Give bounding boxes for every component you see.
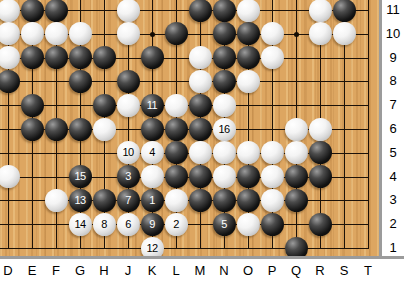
board-stone-K6[interactable] bbox=[141, 118, 164, 141]
board-stone-D10[interactable] bbox=[0, 22, 20, 45]
board-stone-H9[interactable] bbox=[93, 46, 116, 69]
grid-line-row-1 bbox=[0, 248, 369, 249]
board-stone-G9[interactable] bbox=[69, 46, 92, 69]
board-stone-E6[interactable] bbox=[21, 118, 44, 141]
board-stone-J4[interactable]: 3 bbox=[117, 165, 140, 188]
board-stone-O4[interactable] bbox=[237, 165, 260, 188]
board-stone-O3[interactable] bbox=[237, 189, 260, 212]
board-stone-R4[interactable] bbox=[309, 165, 332, 188]
board-stone-E9[interactable] bbox=[21, 46, 44, 69]
board-stone-D8[interactable] bbox=[0, 70, 20, 93]
board-stone-R10[interactable] bbox=[309, 22, 332, 45]
column-label-S: S bbox=[334, 263, 354, 278]
column-label-R: R bbox=[310, 263, 330, 278]
stone-move-number: 3 bbox=[125, 171, 131, 182]
row-label-4: 4 bbox=[382, 169, 404, 184]
stone-move-number: 16 bbox=[218, 124, 229, 135]
board-stone-J3[interactable]: 7 bbox=[117, 189, 140, 212]
board-stone-D4[interactable] bbox=[0, 165, 20, 188]
board-stone-M11[interactable] bbox=[189, 0, 212, 22]
stone-move-number: 12 bbox=[146, 243, 157, 254]
stone-move-number: 1 bbox=[149, 195, 155, 206]
board-stone-G10[interactable] bbox=[69, 22, 92, 45]
board-stone-Q5[interactable] bbox=[285, 141, 308, 164]
board-stone-J7[interactable] bbox=[117, 94, 140, 117]
board-stone-L2[interactable]: 2 bbox=[165, 213, 188, 236]
stone-move-number: 15 bbox=[74, 171, 85, 182]
board-stone-O10[interactable] bbox=[237, 22, 260, 45]
row-label-5: 5 bbox=[382, 145, 404, 160]
row-label-11: 11 bbox=[382, 2, 404, 17]
board-stone-L4[interactable] bbox=[165, 165, 188, 188]
board-stone-S11[interactable] bbox=[333, 0, 356, 22]
board-stone-N9[interactable] bbox=[213, 46, 236, 69]
column-label-L: L bbox=[166, 263, 186, 278]
board-stone-E11[interactable] bbox=[21, 0, 44, 22]
row-label-2: 2 bbox=[382, 216, 404, 231]
board-stone-L5[interactable] bbox=[165, 141, 188, 164]
board-wood-area[interactable]: 11161041531371148692512 bbox=[0, 0, 379, 256]
stone-move-number: 5 bbox=[221, 219, 227, 230]
board-stone-G3[interactable]: 13 bbox=[69, 189, 92, 212]
board-stone-Q4[interactable] bbox=[285, 165, 308, 188]
stone-move-number: 10 bbox=[122, 147, 133, 158]
board-stone-Q1[interactable] bbox=[285, 237, 308, 257]
board-stone-D11[interactable] bbox=[0, 0, 20, 22]
row-label-3: 3 bbox=[382, 192, 404, 207]
board-stone-J5[interactable]: 10 bbox=[117, 141, 140, 164]
board-stone-M6[interactable] bbox=[189, 118, 212, 141]
board-stone-N3[interactable] bbox=[213, 189, 236, 212]
board-stone-K4[interactable] bbox=[141, 165, 164, 188]
board-stone-N7[interactable] bbox=[213, 94, 236, 117]
board-stone-J2[interactable]: 6 bbox=[117, 213, 140, 236]
board-stone-P10[interactable] bbox=[261, 22, 284, 45]
board-stone-K3[interactable]: 1 bbox=[141, 189, 164, 212]
board-stone-L7[interactable] bbox=[165, 94, 188, 117]
board-stone-O11[interactable] bbox=[237, 0, 260, 22]
board-stone-M4[interactable] bbox=[189, 165, 212, 188]
board-stone-R6[interactable] bbox=[309, 118, 332, 141]
board-stone-N8[interactable] bbox=[213, 70, 236, 93]
board-stone-P2[interactable] bbox=[261, 213, 284, 236]
board-stone-K9[interactable] bbox=[141, 46, 164, 69]
board-stone-H6[interactable] bbox=[93, 118, 116, 141]
board-stone-N2[interactable]: 5 bbox=[213, 213, 236, 236]
column-label-G: G bbox=[70, 263, 90, 278]
hoshi-point-K10 bbox=[150, 32, 155, 37]
board-stone-S10[interactable] bbox=[333, 22, 356, 45]
board-stone-M5[interactable] bbox=[189, 141, 212, 164]
board-stone-N4[interactable] bbox=[213, 165, 236, 188]
column-label-M: M bbox=[190, 263, 210, 278]
board-stone-L10[interactable] bbox=[165, 22, 188, 45]
board-stone-K1[interactable]: 12 bbox=[141, 237, 164, 257]
board-stone-P4[interactable] bbox=[261, 165, 284, 188]
board-stone-N11[interactable] bbox=[213, 0, 236, 22]
board-edge-separator-horizontal bbox=[0, 256, 404, 259]
row-label-6: 6 bbox=[382, 121, 404, 136]
board-stone-O5[interactable] bbox=[237, 141, 260, 164]
column-label-K: K bbox=[142, 263, 162, 278]
board-stone-G6[interactable] bbox=[69, 118, 92, 141]
board-stone-M8[interactable] bbox=[189, 70, 212, 93]
stone-move-number: 11 bbox=[147, 100, 157, 111]
row-label-10: 10 bbox=[382, 26, 404, 41]
column-label-D: D bbox=[0, 263, 18, 278]
board-stone-M7[interactable] bbox=[189, 94, 212, 117]
board-stone-G4[interactable]: 15 bbox=[69, 165, 92, 188]
row-label-8: 8 bbox=[382, 73, 404, 88]
board-stone-O2[interactable] bbox=[237, 213, 260, 236]
board-stone-K7[interactable]: 11 bbox=[141, 94, 164, 117]
board-stone-P9[interactable] bbox=[261, 46, 284, 69]
board-stone-O9[interactable] bbox=[237, 46, 260, 69]
stone-move-number: 7 bbox=[125, 195, 131, 206]
board-stone-F6[interactable] bbox=[45, 118, 68, 141]
board-stone-H3[interactable] bbox=[93, 189, 116, 212]
column-label-P: P bbox=[262, 263, 282, 278]
stone-move-number: 2 bbox=[173, 219, 179, 230]
board-stone-D9[interactable] bbox=[0, 46, 20, 69]
board-stone-G2[interactable]: 14 bbox=[69, 213, 92, 236]
board-stone-N6[interactable]: 16 bbox=[213, 118, 236, 141]
board-stone-K5[interactable]: 4 bbox=[141, 141, 164, 164]
board-stone-E10[interactable] bbox=[21, 22, 44, 45]
stone-move-number: 4 bbox=[149, 147, 155, 158]
board-stone-N10[interactable] bbox=[213, 22, 236, 45]
board-stone-R5[interactable] bbox=[309, 141, 332, 164]
column-label-H: H bbox=[94, 263, 114, 278]
grid-line-row-8 bbox=[0, 81, 369, 82]
stone-move-number: 8 bbox=[101, 219, 107, 230]
column-label-E: E bbox=[22, 263, 42, 278]
board-stone-M3[interactable] bbox=[189, 189, 212, 212]
board-stone-F3[interactable] bbox=[45, 189, 68, 212]
board-stone-F11[interactable] bbox=[45, 0, 68, 22]
column-label-Q: Q bbox=[286, 263, 306, 278]
board-stone-P3[interactable] bbox=[261, 189, 284, 212]
board-stone-G8[interactable] bbox=[69, 70, 92, 93]
board-stone-L3[interactable] bbox=[165, 189, 188, 212]
board-stone-H2[interactable]: 8 bbox=[93, 213, 116, 236]
board-stone-Q6[interactable] bbox=[285, 118, 308, 141]
column-label-F: F bbox=[46, 263, 66, 278]
stone-move-number: 9 bbox=[149, 219, 155, 230]
go-board[interactable]: 11161041531371148692512 DEFGHJKLMNOPQRST… bbox=[0, 0, 404, 284]
row-label-7: 7 bbox=[382, 97, 404, 112]
board-stone-F9[interactable] bbox=[45, 46, 68, 69]
board-stone-J10[interactable] bbox=[117, 22, 140, 45]
board-stone-P5[interactable] bbox=[261, 141, 284, 164]
board-stone-J8[interactable] bbox=[117, 70, 140, 93]
column-label-O: O bbox=[238, 263, 258, 278]
board-stone-R2[interactable] bbox=[309, 213, 332, 236]
board-stone-H7[interactable] bbox=[93, 94, 116, 117]
board-stone-O8[interactable] bbox=[237, 70, 260, 93]
hoshi-point-Q10 bbox=[294, 32, 299, 37]
board-stone-Q3[interactable] bbox=[285, 189, 308, 212]
board-stone-N5[interactable] bbox=[213, 141, 236, 164]
column-label-T: T bbox=[358, 263, 378, 278]
board-stone-J11[interactable] bbox=[117, 0, 140, 22]
board-stone-K2[interactable]: 9 bbox=[141, 213, 164, 236]
column-label-J: J bbox=[118, 263, 138, 278]
row-label-9: 9 bbox=[382, 50, 404, 65]
stone-move-number: 6 bbox=[125, 219, 131, 230]
stone-move-number: 14 bbox=[74, 219, 85, 230]
column-label-N: N bbox=[214, 263, 234, 278]
board-stone-R11[interactable] bbox=[309, 0, 332, 22]
board-stone-E7[interactable] bbox=[21, 94, 44, 117]
row-label-1: 1 bbox=[382, 240, 404, 255]
board-stone-L6[interactable] bbox=[165, 118, 188, 141]
board-stone-F10[interactable] bbox=[45, 22, 68, 45]
stone-move-number: 13 bbox=[74, 195, 85, 206]
grid-line-column-T bbox=[368, 0, 369, 249]
board-stone-M9[interactable] bbox=[189, 46, 212, 69]
